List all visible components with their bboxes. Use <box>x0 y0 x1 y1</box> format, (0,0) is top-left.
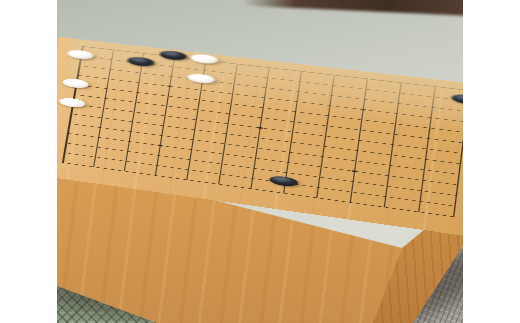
background-wood-beam <box>242 0 463 16</box>
photo-frame <box>57 0 463 323</box>
photo-canvas <box>0 0 520 323</box>
star-point <box>158 144 163 146</box>
star-point <box>257 127 263 129</box>
star-point <box>352 170 358 172</box>
